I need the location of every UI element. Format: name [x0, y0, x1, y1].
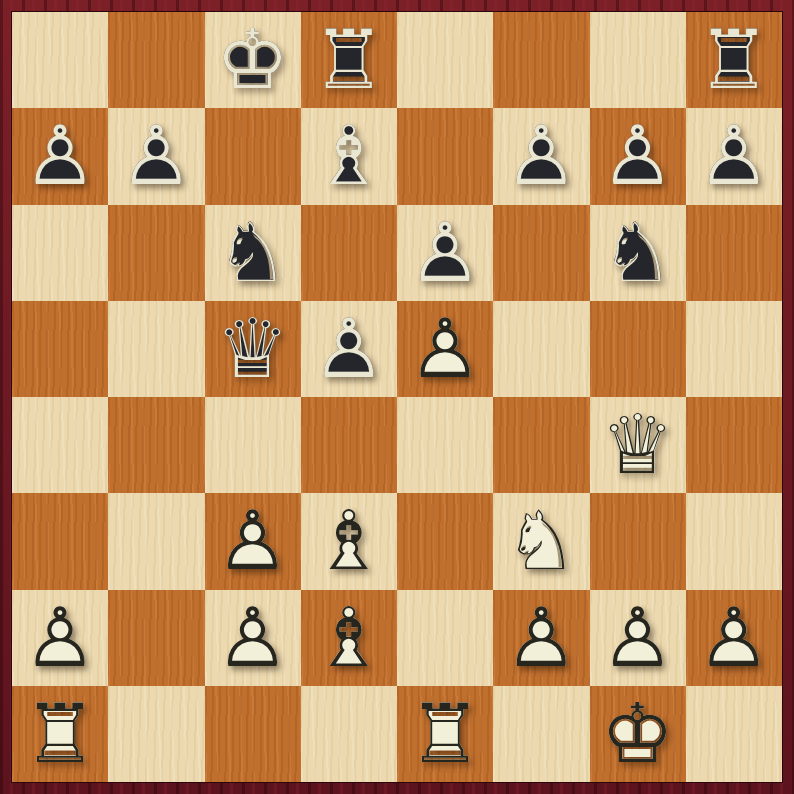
- square-e1[interactable]: ♜♖: [397, 686, 493, 782]
- square-f3[interactable]: ♞♘: [493, 493, 589, 589]
- square-g3[interactable]: [590, 493, 686, 589]
- square-b4[interactable]: [108, 397, 204, 493]
- piece-outline-glyph: ♙: [397, 205, 493, 301]
- square-a2[interactable]: ♟♙: [12, 590, 108, 686]
- black-pawn[interactable]: ♟♙: [397, 205, 493, 301]
- square-f2[interactable]: ♟♙: [493, 590, 589, 686]
- black-pawn[interactable]: ♟♙: [590, 108, 686, 204]
- white-rook[interactable]: ♜♖: [12, 686, 108, 782]
- black-rook[interactable]: ♜♖: [301, 12, 397, 108]
- square-f4[interactable]: [493, 397, 589, 493]
- white-pawn[interactable]: ♟♙: [493, 590, 589, 686]
- square-c3[interactable]: ♟♙: [205, 493, 301, 589]
- black-queen[interactable]: ♛♕: [205, 301, 301, 397]
- piece-outline-glyph: ♙: [205, 493, 301, 589]
- piece-outline-glyph: ♙: [301, 301, 397, 397]
- square-h1[interactable]: [686, 686, 782, 782]
- piece-outline-glyph: ♕: [205, 301, 301, 397]
- square-c2[interactable]: ♟♙: [205, 590, 301, 686]
- white-pawn[interactable]: ♟♙: [686, 590, 782, 686]
- piece-outline-glyph: ♙: [493, 108, 589, 204]
- square-h4[interactable]: [686, 397, 782, 493]
- square-f5[interactable]: [493, 301, 589, 397]
- white-pawn[interactable]: ♟♙: [205, 493, 301, 589]
- square-e8[interactable]: [397, 12, 493, 108]
- square-g7[interactable]: ♟♙: [590, 108, 686, 204]
- black-pawn[interactable]: ♟♙: [12, 108, 108, 204]
- piece-outline-glyph: ♗: [301, 108, 397, 204]
- square-h3[interactable]: [686, 493, 782, 589]
- square-f1[interactable]: [493, 686, 589, 782]
- square-d6[interactable]: [301, 205, 397, 301]
- piece-outline-glyph: ♘: [493, 493, 589, 589]
- square-b2[interactable]: [108, 590, 204, 686]
- piece-outline-glyph: ♔: [205, 12, 301, 108]
- square-d5[interactable]: ♟♙: [301, 301, 397, 397]
- piece-outline-glyph: ♙: [493, 590, 589, 686]
- square-g8[interactable]: [590, 12, 686, 108]
- black-knight[interactable]: ♞♘: [590, 205, 686, 301]
- white-pawn[interactable]: ♟♙: [397, 301, 493, 397]
- piece-outline-glyph: ♙: [686, 108, 782, 204]
- square-h5[interactable]: [686, 301, 782, 397]
- square-h6[interactable]: [686, 205, 782, 301]
- piece-outline-glyph: ♔: [590, 686, 686, 782]
- black-rook[interactable]: ♜♖: [686, 12, 782, 108]
- square-d2[interactable]: ♝♗: [301, 590, 397, 686]
- square-b3[interactable]: [108, 493, 204, 589]
- black-bishop[interactable]: ♝♗: [301, 108, 397, 204]
- square-g2[interactable]: ♟♙: [590, 590, 686, 686]
- square-c6[interactable]: ♞♘: [205, 205, 301, 301]
- square-d8[interactable]: ♜♖: [301, 12, 397, 108]
- square-h7[interactable]: ♟♙: [686, 108, 782, 204]
- piece-outline-glyph: ♖: [12, 686, 108, 782]
- square-d3[interactable]: ♝♗: [301, 493, 397, 589]
- square-c7[interactable]: [205, 108, 301, 204]
- white-king[interactable]: ♚♔: [590, 686, 686, 782]
- white-knight[interactable]: ♞♘: [493, 493, 589, 589]
- square-a4[interactable]: [12, 397, 108, 493]
- white-bishop[interactable]: ♝♗: [301, 590, 397, 686]
- piece-outline-glyph: ♙: [590, 108, 686, 204]
- piece-outline-glyph: ♙: [686, 590, 782, 686]
- piece-outline-glyph: ♙: [205, 590, 301, 686]
- board-frame: ♚♔♜♖♜♖♟♙♟♙♝♗♟♙♟♙♟♙♞♘♟♙♞♘♛♕♟♙♟♙♛♕♟♙♝♗♞♘♟♙…: [0, 0, 794, 794]
- square-a1[interactable]: ♜♖: [12, 686, 108, 782]
- square-b6[interactable]: [108, 205, 204, 301]
- piece-outline-glyph: ♗: [301, 590, 397, 686]
- white-pawn[interactable]: ♟♙: [590, 590, 686, 686]
- square-a5[interactable]: [12, 301, 108, 397]
- piece-outline-glyph: ♗: [301, 493, 397, 589]
- square-f7[interactable]: ♟♙: [493, 108, 589, 204]
- square-c4[interactable]: [205, 397, 301, 493]
- square-d7[interactable]: ♝♗: [301, 108, 397, 204]
- white-pawn[interactable]: ♟♙: [205, 590, 301, 686]
- square-e6[interactable]: ♟♙: [397, 205, 493, 301]
- square-d1[interactable]: [301, 686, 397, 782]
- square-e7[interactable]: [397, 108, 493, 204]
- piece-outline-glyph: ♙: [12, 108, 108, 204]
- square-e5[interactable]: ♟♙: [397, 301, 493, 397]
- white-pawn[interactable]: ♟♙: [12, 590, 108, 686]
- white-rook[interactable]: ♜♖: [397, 686, 493, 782]
- square-b5[interactable]: [108, 301, 204, 397]
- piece-outline-glyph: ♖: [397, 686, 493, 782]
- square-g5[interactable]: [590, 301, 686, 397]
- square-g1[interactable]: ♚♔: [590, 686, 686, 782]
- square-g4[interactable]: ♛♕: [590, 397, 686, 493]
- square-e3[interactable]: [397, 493, 493, 589]
- chess-board: ♚♔♜♖♜♖♟♙♟♙♝♗♟♙♟♙♟♙♞♘♟♙♞♘♛♕♟♙♟♙♛♕♟♙♝♗♞♘♟♙…: [12, 12, 782, 782]
- square-e4[interactable]: [397, 397, 493, 493]
- black-pawn[interactable]: ♟♙: [686, 108, 782, 204]
- piece-outline-glyph: ♘: [205, 205, 301, 301]
- black-pawn[interactable]: ♟♙: [108, 108, 204, 204]
- piece-outline-glyph: ♖: [686, 12, 782, 108]
- square-h8[interactable]: ♜♖: [686, 12, 782, 108]
- square-d4[interactable]: [301, 397, 397, 493]
- square-b7[interactable]: ♟♙: [108, 108, 204, 204]
- square-c8[interactable]: ♚♔: [205, 12, 301, 108]
- square-a7[interactable]: ♟♙: [12, 108, 108, 204]
- black-king[interactable]: ♚♔: [205, 12, 301, 108]
- piece-outline-glyph: ♘: [590, 205, 686, 301]
- square-c5[interactable]: ♛♕: [205, 301, 301, 397]
- white-bishop[interactable]: ♝♗: [301, 493, 397, 589]
- black-knight[interactable]: ♞♘: [205, 205, 301, 301]
- square-e2[interactable]: [397, 590, 493, 686]
- piece-outline-glyph: ♖: [301, 12, 397, 108]
- piece-outline-glyph: ♙: [397, 301, 493, 397]
- black-pawn[interactable]: ♟♙: [301, 301, 397, 397]
- black-pawn[interactable]: ♟♙: [493, 108, 589, 204]
- square-h2[interactable]: ♟♙: [686, 590, 782, 686]
- square-f8[interactable]: [493, 12, 589, 108]
- square-a3[interactable]: [12, 493, 108, 589]
- square-a6[interactable]: [12, 205, 108, 301]
- square-b1[interactable]: [108, 686, 204, 782]
- piece-outline-glyph: ♕: [590, 397, 686, 493]
- square-b8[interactable]: [108, 12, 204, 108]
- square-g6[interactable]: ♞♘: [590, 205, 686, 301]
- piece-outline-glyph: ♙: [108, 108, 204, 204]
- square-a8[interactable]: [12, 12, 108, 108]
- white-queen[interactable]: ♛♕: [590, 397, 686, 493]
- square-c1[interactable]: [205, 686, 301, 782]
- piece-outline-glyph: ♙: [590, 590, 686, 686]
- square-f6[interactable]: [493, 205, 589, 301]
- piece-outline-glyph: ♙: [12, 590, 108, 686]
